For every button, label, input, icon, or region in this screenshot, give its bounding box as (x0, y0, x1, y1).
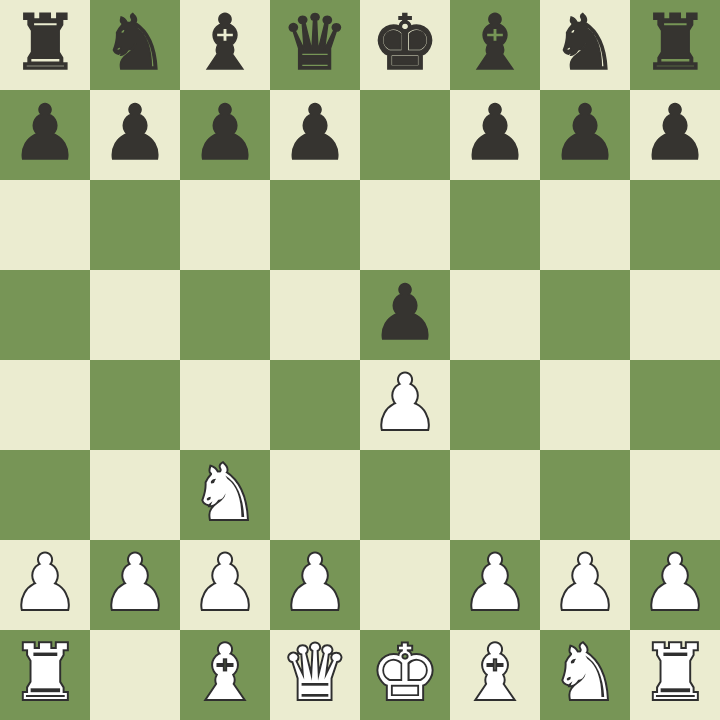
square-e1[interactable]: ♚ (360, 630, 450, 720)
square-b2[interactable]: ♟ (90, 540, 180, 630)
square-h3[interactable] (630, 450, 720, 540)
square-e4[interactable]: ♟ (360, 360, 450, 450)
square-b6[interactable] (90, 180, 180, 270)
square-c1[interactable]: ♝ (180, 630, 270, 720)
square-f8[interactable]: ♝ (450, 0, 540, 90)
square-g5[interactable] (540, 270, 630, 360)
square-e2[interactable] (360, 540, 450, 630)
square-b3[interactable] (90, 450, 180, 540)
square-f6[interactable] (450, 180, 540, 270)
black-pawn[interactable]: ♟ (641, 88, 709, 178)
square-e7[interactable] (360, 90, 450, 180)
square-a8[interactable]: ♜ (0, 0, 90, 90)
black-queen[interactable]: ♛ (281, 0, 349, 88)
black-pawn[interactable]: ♟ (281, 88, 349, 178)
black-pawn[interactable]: ♟ (191, 88, 259, 178)
black-pawn[interactable]: ♟ (371, 268, 439, 358)
square-e6[interactable] (360, 180, 450, 270)
square-a1[interactable]: ♜ (0, 630, 90, 720)
square-b8[interactable]: ♞ (90, 0, 180, 90)
white-pawn[interactable]: ♟ (551, 538, 619, 628)
square-h8[interactable]: ♜ (630, 0, 720, 90)
square-c2[interactable]: ♟ (180, 540, 270, 630)
white-rook[interactable]: ♜ (641, 628, 709, 718)
square-g1[interactable]: ♞ (540, 630, 630, 720)
square-d7[interactable]: ♟ (270, 90, 360, 180)
black-bishop[interactable]: ♝ (461, 0, 529, 88)
square-d2[interactable]: ♟ (270, 540, 360, 630)
white-knight[interactable]: ♞ (191, 448, 259, 538)
square-f7[interactable]: ♟ (450, 90, 540, 180)
square-c7[interactable]: ♟ (180, 90, 270, 180)
square-d6[interactable] (270, 180, 360, 270)
square-g3[interactable] (540, 450, 630, 540)
square-e5[interactable]: ♟ (360, 270, 450, 360)
square-g8[interactable]: ♞ (540, 0, 630, 90)
chess-board: ♜♞♝♛♚♝♞♜♟♟♟♟♟♟♟♟♟♞♟♟♟♟♟♟♟♜♝♛♚♝♞♜ (0, 0, 720, 720)
black-knight[interactable]: ♞ (551, 0, 619, 88)
square-h6[interactable] (630, 180, 720, 270)
square-a6[interactable] (0, 180, 90, 270)
black-pawn[interactable]: ♟ (551, 88, 619, 178)
white-pawn[interactable]: ♟ (371, 358, 439, 448)
square-g7[interactable]: ♟ (540, 90, 630, 180)
square-h7[interactable]: ♟ (630, 90, 720, 180)
square-b4[interactable] (90, 360, 180, 450)
square-f5[interactable] (450, 270, 540, 360)
white-knight[interactable]: ♞ (551, 628, 619, 718)
square-a7[interactable]: ♟ (0, 90, 90, 180)
black-knight[interactable]: ♞ (101, 0, 169, 88)
square-f4[interactable] (450, 360, 540, 450)
square-a4[interactable] (0, 360, 90, 450)
square-a3[interactable] (0, 450, 90, 540)
square-c4[interactable] (180, 360, 270, 450)
square-h1[interactable]: ♜ (630, 630, 720, 720)
square-d5[interactable] (270, 270, 360, 360)
square-e3[interactable] (360, 450, 450, 540)
square-g6[interactable] (540, 180, 630, 270)
black-rook[interactable]: ♜ (641, 0, 709, 88)
black-king[interactable]: ♚ (371, 0, 439, 88)
square-c6[interactable] (180, 180, 270, 270)
square-b1[interactable] (90, 630, 180, 720)
square-h2[interactable]: ♟ (630, 540, 720, 630)
black-bishop[interactable]: ♝ (191, 0, 259, 88)
square-g4[interactable] (540, 360, 630, 450)
black-pawn[interactable]: ♟ (101, 88, 169, 178)
white-queen[interactable]: ♛ (281, 628, 349, 718)
square-d1[interactable]: ♛ (270, 630, 360, 720)
square-a2[interactable]: ♟ (0, 540, 90, 630)
square-b7[interactable]: ♟ (90, 90, 180, 180)
white-pawn[interactable]: ♟ (281, 538, 349, 628)
square-f1[interactable]: ♝ (450, 630, 540, 720)
square-g2[interactable]: ♟ (540, 540, 630, 630)
square-d4[interactable] (270, 360, 360, 450)
white-pawn[interactable]: ♟ (641, 538, 709, 628)
white-pawn[interactable]: ♟ (461, 538, 529, 628)
white-bishop[interactable]: ♝ (191, 628, 259, 718)
square-h5[interactable] (630, 270, 720, 360)
square-e8[interactable]: ♚ (360, 0, 450, 90)
square-d8[interactable]: ♛ (270, 0, 360, 90)
square-c8[interactable]: ♝ (180, 0, 270, 90)
square-d3[interactable] (270, 450, 360, 540)
white-bishop[interactable]: ♝ (461, 628, 529, 718)
white-pawn[interactable]: ♟ (11, 538, 79, 628)
square-c5[interactable] (180, 270, 270, 360)
square-f2[interactable]: ♟ (450, 540, 540, 630)
black-pawn[interactable]: ♟ (461, 88, 529, 178)
square-h4[interactable] (630, 360, 720, 450)
square-f3[interactable] (450, 450, 540, 540)
white-king[interactable]: ♚ (371, 628, 439, 718)
black-rook[interactable]: ♜ (11, 0, 79, 88)
black-pawn[interactable]: ♟ (11, 88, 79, 178)
white-pawn[interactable]: ♟ (101, 538, 169, 628)
white-pawn[interactable]: ♟ (191, 538, 259, 628)
square-b5[interactable] (90, 270, 180, 360)
white-rook[interactable]: ♜ (11, 628, 79, 718)
square-c3[interactable]: ♞ (180, 450, 270, 540)
square-a5[interactable] (0, 270, 90, 360)
